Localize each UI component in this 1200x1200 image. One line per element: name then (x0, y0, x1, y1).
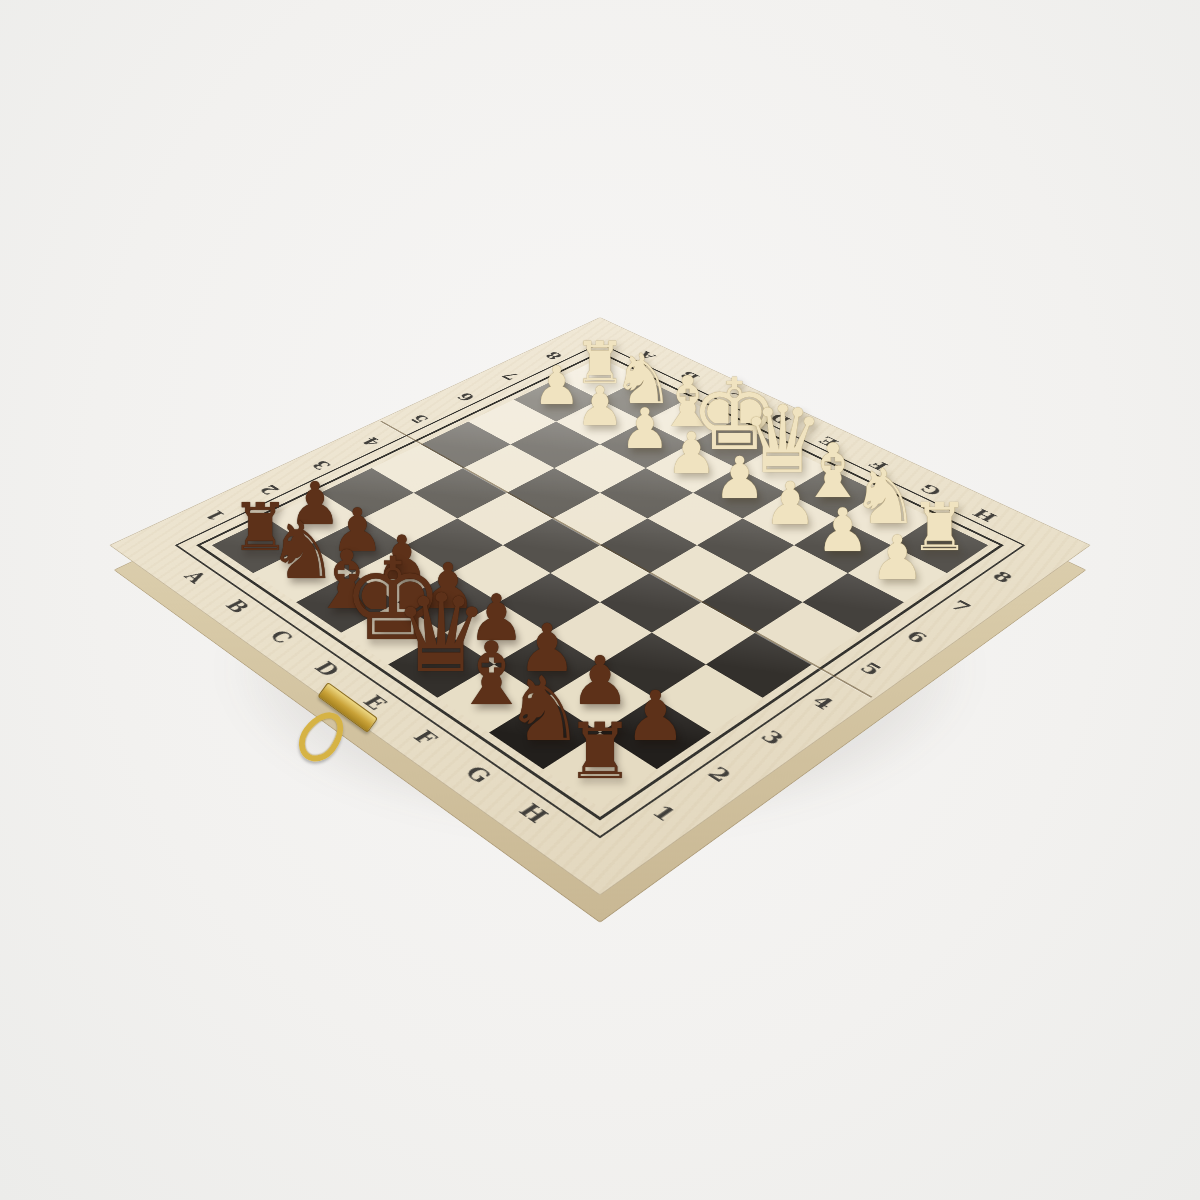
piece-light-pawn[interactable]: ♟ (714, 449, 766, 507)
piece-light-pawn[interactable]: ♟ (576, 381, 624, 435)
piece-light-pawn[interactable]: ♟ (870, 528, 925, 589)
product-photo: AA88BB77CC66DD55EE44FF33GG22HH11 ♜♞♝♚♛♝♞… (0, 0, 1200, 1200)
piece-light-pawn[interactable]: ♟ (620, 402, 670, 458)
piece-light-pawn[interactable]: ♟ (764, 474, 817, 533)
piece-dark-rook[interactable]: ♜ (565, 712, 634, 789)
pieces-layer: ♜♞♝♚♛♝♞♜♟♟♟♟♟♟♟♟♟♟♟♟♟♟♟♟♜♞♝♚♛♝♞♜ (0, 0, 1200, 1200)
piece-light-pawn[interactable]: ♟ (816, 500, 870, 560)
piece-light-pawn[interactable]: ♟ (666, 425, 717, 482)
piece-light-pawn[interactable]: ♟ (533, 359, 581, 412)
